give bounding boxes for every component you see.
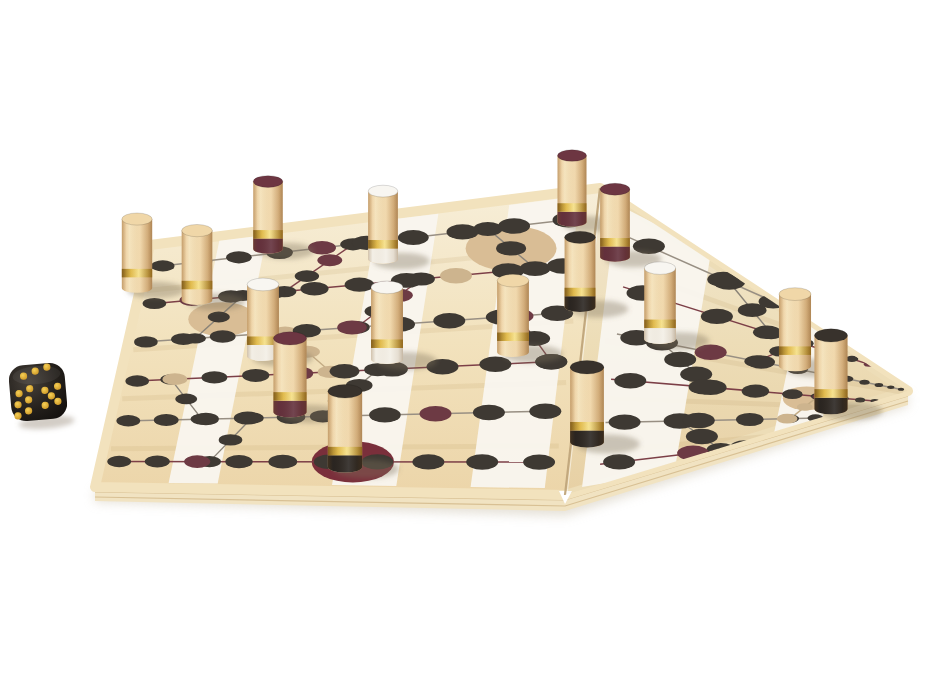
- die[interactable]: [8, 361, 75, 432]
- track-dot: [742, 385, 769, 398]
- peg-body: [253, 182, 282, 254]
- track-dot: [440, 268, 472, 283]
- track-dot: [850, 336, 863, 342]
- track-dot: [202, 371, 228, 383]
- track-dot: [887, 428, 893, 431]
- track-dot: [895, 356, 902, 360]
- track-dot: [523, 454, 555, 469]
- peg-top: [644, 262, 675, 275]
- track-dot: [603, 454, 635, 469]
- track-dot: [898, 388, 904, 391]
- track-dot: [782, 389, 802, 399]
- peg-top: [600, 183, 630, 195]
- track-dot: [420, 406, 452, 421]
- track-dot: [295, 270, 319, 282]
- track-dot: [210, 330, 236, 342]
- peg-body: [644, 268, 675, 344]
- track-dot: [859, 380, 869, 385]
- peg-body: [497, 281, 529, 357]
- track-dot: [875, 383, 884, 387]
- track-dot: [753, 325, 781, 339]
- peg-top: [815, 329, 848, 342]
- track-dot: [175, 394, 197, 405]
- peg-top: [122, 213, 152, 225]
- track-dot: [337, 320, 367, 334]
- track-dot: [412, 454, 444, 469]
- peg-body: [779, 294, 811, 371]
- track-dot: [447, 224, 479, 239]
- track-dot: [883, 350, 892, 354]
- track-dot: [862, 430, 871, 434]
- track-dot: [398, 230, 429, 245]
- track-dot: [887, 386, 894, 389]
- track-dot: [242, 369, 269, 382]
- track-dot: [225, 455, 252, 468]
- track-dot: [614, 373, 646, 388]
- track-dot: [171, 333, 196, 345]
- track-dot: [529, 404, 561, 419]
- peg-body: [815, 335, 848, 414]
- track-dot: [208, 312, 230, 323]
- track-dot: [664, 352, 696, 367]
- track-dot: [686, 429, 718, 444]
- track-dot: [880, 415, 887, 419]
- track-dot: [151, 260, 174, 271]
- peg-top: [247, 278, 279, 291]
- peg-top: [328, 384, 362, 398]
- peg-top: [253, 176, 282, 188]
- track-dot: [134, 336, 158, 347]
- track-dot: [330, 364, 360, 378]
- peg-body: [565, 237, 596, 312]
- track-dot: [226, 251, 252, 263]
- track-dot: [846, 432, 857, 437]
- track-dot: [163, 373, 188, 385]
- track-dot: [905, 360, 911, 363]
- track-dot: [473, 405, 505, 420]
- peg-body: [182, 231, 213, 305]
- track-dot: [797, 403, 813, 411]
- peg-body: [600, 189, 630, 262]
- track-dot: [891, 371, 898, 374]
- peg-top: [558, 150, 587, 162]
- track-dot: [701, 309, 733, 324]
- track-dot: [747, 356, 775, 369]
- peg-top: [565, 231, 596, 243]
- track-dot: [902, 374, 908, 377]
- peg-top: [497, 274, 529, 287]
- peg-maroon[interactable]: [253, 176, 314, 260]
- peg-body: [570, 367, 604, 447]
- track-dot: [520, 261, 551, 276]
- track-dot: [498, 218, 530, 233]
- track-dot: [125, 375, 149, 386]
- track-dot: [609, 414, 641, 429]
- track-dot: [496, 241, 526, 255]
- track-dot: [736, 413, 764, 426]
- track-dot: [369, 407, 401, 422]
- track-dot: [433, 313, 465, 328]
- track-dot: [219, 434, 243, 445]
- peg-body: [371, 287, 403, 364]
- peg-body: [273, 338, 306, 417]
- board-scene: [0, 0, 928, 686]
- peg-body: [328, 391, 362, 472]
- peg-body: [558, 156, 587, 227]
- track-dot: [466, 454, 498, 469]
- track-dot: [300, 282, 328, 296]
- track-dot: [184, 455, 210, 468]
- track-dot: [689, 379, 721, 394]
- track-dot: [479, 357, 511, 372]
- track-dot: [143, 298, 167, 309]
- peg-body: [122, 219, 152, 293]
- track-dot: [145, 456, 170, 468]
- track-dot: [107, 456, 131, 467]
- peg-top: [570, 360, 604, 373]
- photo-scene: [0, 0, 928, 686]
- peg-top: [371, 281, 403, 294]
- track-dot: [317, 254, 342, 266]
- peg-body: [368, 191, 398, 264]
- track-dot: [868, 344, 879, 349]
- peg-top: [779, 288, 811, 301]
- track-dot: [855, 397, 865, 402]
- track-dot: [234, 412, 261, 425]
- track-dot: [116, 415, 140, 426]
- track-dot: [777, 414, 798, 424]
- track-dot: [827, 433, 840, 439]
- track-dot: [345, 278, 375, 292]
- track-dot: [876, 429, 884, 433]
- track-dot: [193, 413, 219, 425]
- die-layer: [8, 361, 75, 432]
- track-dot: [891, 415, 897, 418]
- peg-top: [182, 224, 213, 236]
- peg-top: [273, 332, 306, 345]
- track-dot: [154, 414, 179, 426]
- peg-top: [368, 185, 398, 197]
- track-dot: [683, 413, 715, 428]
- track-dot: [268, 455, 297, 469]
